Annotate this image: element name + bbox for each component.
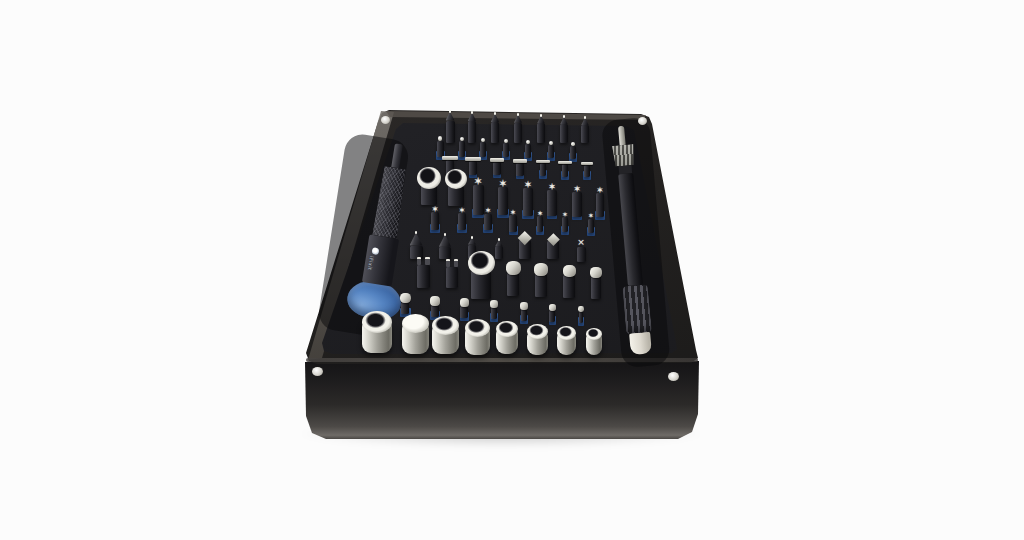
row-6-bit-7: × <box>559 238 603 262</box>
row-3-bit-7 <box>565 162 609 180</box>
row-2-bit-7 <box>551 142 595 162</box>
row-7-bit-7 <box>574 267 618 299</box>
row-5-bit-7: ✶ <box>569 213 613 236</box>
row-9-bit-8 <box>572 328 616 355</box>
row-1-bit-7 <box>563 116 607 143</box>
row-8-bit-7 <box>559 306 603 326</box>
bit-grid: ✶✶✶✶✶✶✶✶✶✶✶✶✶× <box>0 0 1024 540</box>
screwdriver-bit-kit-photo: iFixit ✶✶✶✶✶✶✶✶✶✶✶✶✶× <box>0 0 1024 540</box>
